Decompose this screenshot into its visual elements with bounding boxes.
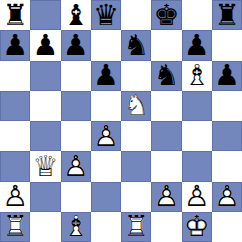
square-c5[interactable] <box>61 91 91 121</box>
square-c1[interactable]: ♝♗ <box>61 212 91 242</box>
black-knight-fill-glyph: ♞ <box>151 61 181 91</box>
white-rook-piece[interactable]: ♜♖ <box>121 212 151 242</box>
white-pawn-fill-glyph: ♟ <box>151 182 181 212</box>
square-e1[interactable]: ♜♖ <box>121 212 151 242</box>
square-a5[interactable] <box>0 91 30 121</box>
square-f6[interactable]: ♞ <box>151 61 181 91</box>
square-b1[interactable] <box>30 212 60 242</box>
white-knight-outline-glyph: ♘ <box>121 91 151 121</box>
square-h7[interactable] <box>212 30 242 60</box>
square-g2[interactable]: ♟♙ <box>182 182 212 212</box>
square-a8[interactable]: ♜ <box>0 0 30 30</box>
square-d5[interactable] <box>91 91 121 121</box>
white-pawn-outline-glyph: ♙ <box>0 182 30 212</box>
black-knight-piece[interactable]: ♞ <box>121 30 151 60</box>
square-f2[interactable]: ♟♙ <box>151 182 181 212</box>
white-king-fill-glyph: ♚ <box>182 212 212 242</box>
chess-board-container: ♜♝♛♚♜♟♟♟♞♟♟♞♝♗♟♞♘♟♙♛♕♟♙♟♙♟♙♟♙♟♙♜♖♝♗♜♖♚♔ <box>0 0 242 242</box>
square-c4[interactable] <box>61 121 91 151</box>
white-pawn-fill-glyph: ♟ <box>61 151 91 181</box>
square-c3[interactable]: ♟♙ <box>61 151 91 181</box>
black-queen-piece[interactable]: ♛ <box>91 0 121 30</box>
white-queen-piece[interactable]: ♛♕ <box>30 151 60 181</box>
square-b2[interactable] <box>30 182 60 212</box>
white-rook-outline-glyph: ♖ <box>121 212 151 242</box>
white-pawn-piece[interactable]: ♟♙ <box>61 151 91 181</box>
white-bishop-fill-glyph: ♝ <box>182 61 212 91</box>
black-pawn-piece[interactable]: ♟ <box>30 30 60 60</box>
square-d6[interactable]: ♟ <box>91 61 121 91</box>
square-h4[interactable] <box>212 121 242 151</box>
square-a4[interactable] <box>0 121 30 151</box>
white-pawn-fill-glyph: ♟ <box>212 182 242 212</box>
square-f5[interactable] <box>151 91 181 121</box>
square-b6[interactable] <box>30 61 60 91</box>
square-g5[interactable] <box>182 91 212 121</box>
white-rook-outline-glyph: ♖ <box>0 212 30 242</box>
chess-board: ♜♝♛♚♜♟♟♟♞♟♟♞♝♗♟♞♘♟♙♛♕♟♙♟♙♟♙♟♙♟♙♜♖♝♗♜♖♚♔ <box>0 0 242 242</box>
white-pawn-outline-glyph: ♙ <box>212 182 242 212</box>
black-pawn-fill-glyph: ♟ <box>212 61 242 91</box>
white-pawn-outline-glyph: ♙ <box>182 182 212 212</box>
square-e3[interactable] <box>121 151 151 181</box>
square-f3[interactable] <box>151 151 181 181</box>
square-b5[interactable] <box>30 91 60 121</box>
white-rook-fill-glyph: ♜ <box>0 212 30 242</box>
white-knight-fill-glyph: ♞ <box>121 91 151 121</box>
square-c7[interactable]: ♟ <box>61 30 91 60</box>
black-pawn-piece[interactable]: ♟ <box>91 61 121 91</box>
black-knight-piece[interactable]: ♞ <box>151 61 181 91</box>
white-knight-piece[interactable]: ♞♘ <box>121 91 151 121</box>
white-king-piece[interactable]: ♚♔ <box>182 212 212 242</box>
square-e4[interactable] <box>121 121 151 151</box>
white-queen-outline-glyph: ♕ <box>30 151 60 181</box>
square-a7[interactable]: ♟ <box>0 30 30 60</box>
white-pawn-piece[interactable]: ♟♙ <box>212 182 242 212</box>
white-queen-fill-glyph: ♛ <box>30 151 60 181</box>
square-d8[interactable]: ♛ <box>91 0 121 30</box>
square-b3[interactable]: ♛♕ <box>30 151 60 181</box>
white-pawn-outline-glyph: ♙ <box>91 121 121 151</box>
white-pawn-fill-glyph: ♟ <box>182 182 212 212</box>
white-bishop-outline-glyph: ♗ <box>61 212 91 242</box>
black-pawn-piece[interactable]: ♟ <box>0 30 30 60</box>
white-rook-piece[interactable]: ♜♖ <box>0 212 30 242</box>
square-b4[interactable] <box>30 121 60 151</box>
square-g8[interactable] <box>182 0 212 30</box>
black-queen-fill-glyph: ♛ <box>91 0 121 30</box>
square-b7[interactable]: ♟ <box>30 30 60 60</box>
square-h6[interactable]: ♟ <box>212 61 242 91</box>
white-pawn-outline-glyph: ♙ <box>61 151 91 181</box>
white-pawn-fill-glyph: ♟ <box>0 182 30 212</box>
square-c8[interactable]: ♝ <box>61 0 91 30</box>
square-d3[interactable] <box>91 151 121 181</box>
square-g1[interactable]: ♚♔ <box>182 212 212 242</box>
black-bishop-piece[interactable]: ♝ <box>61 0 91 30</box>
black-pawn-fill-glyph: ♟ <box>61 30 91 60</box>
black-knight-fill-glyph: ♞ <box>121 30 151 60</box>
white-bishop-piece[interactable]: ♝♗ <box>61 212 91 242</box>
white-pawn-piece[interactable]: ♟♙ <box>182 182 212 212</box>
white-pawn-outline-glyph: ♙ <box>151 182 181 212</box>
white-pawn-piece[interactable]: ♟♙ <box>0 182 30 212</box>
square-d1[interactable] <box>91 212 121 242</box>
square-a3[interactable] <box>0 151 30 181</box>
square-f1[interactable] <box>151 212 181 242</box>
square-c2[interactable] <box>61 182 91 212</box>
square-h2[interactable]: ♟♙ <box>212 182 242 212</box>
square-a6[interactable] <box>0 61 30 91</box>
black-rook-piece[interactable]: ♜ <box>0 0 30 30</box>
black-king-fill-glyph: ♚ <box>151 0 181 30</box>
square-d4[interactable]: ♟♙ <box>91 121 121 151</box>
square-h8[interactable]: ♜ <box>212 0 242 30</box>
black-pawn-piece[interactable]: ♟ <box>182 30 212 60</box>
square-f7[interactable] <box>151 30 181 60</box>
white-bishop-piece[interactable]: ♝♗ <box>182 61 212 91</box>
black-pawn-piece[interactable]: ♟ <box>212 61 242 91</box>
black-pawn-fill-glyph: ♟ <box>182 30 212 60</box>
black-bishop-fill-glyph: ♝ <box>61 0 91 30</box>
black-pawn-fill-glyph: ♟ <box>91 61 121 91</box>
black-rook-fill-glyph: ♜ <box>0 0 30 30</box>
square-g7[interactable]: ♟ <box>182 30 212 60</box>
black-rook-piece[interactable]: ♜ <box>212 0 242 30</box>
white-pawn-fill-glyph: ♟ <box>91 121 121 151</box>
square-d7[interactable] <box>91 30 121 60</box>
square-a1[interactable]: ♜♖ <box>0 212 30 242</box>
square-c6[interactable] <box>61 61 91 91</box>
square-e5[interactable]: ♞♘ <box>121 91 151 121</box>
square-d2[interactable] <box>91 182 121 212</box>
square-b8[interactable] <box>30 0 60 30</box>
white-rook-fill-glyph: ♜ <box>121 212 151 242</box>
square-e6[interactable] <box>121 61 151 91</box>
white-pawn-piece[interactable]: ♟♙ <box>151 182 181 212</box>
black-rook-fill-glyph: ♜ <box>212 0 242 30</box>
white-pawn-piece[interactable]: ♟♙ <box>91 121 121 151</box>
square-g6[interactable]: ♝♗ <box>182 61 212 91</box>
square-e2[interactable] <box>121 182 151 212</box>
white-bishop-fill-glyph: ♝ <box>61 212 91 242</box>
black-pawn-piece[interactable]: ♟ <box>61 30 91 60</box>
black-king-piece[interactable]: ♚ <box>151 0 181 30</box>
square-h3[interactable] <box>212 151 242 181</box>
square-h1[interactable] <box>212 212 242 242</box>
square-a2[interactable]: ♟♙ <box>0 182 30 212</box>
square-h5[interactable] <box>212 91 242 121</box>
square-g3[interactable] <box>182 151 212 181</box>
white-bishop-outline-glyph: ♗ <box>182 61 212 91</box>
square-f4[interactable] <box>151 121 181 151</box>
square-g4[interactable] <box>182 121 212 151</box>
square-e8[interactable] <box>121 0 151 30</box>
square-e7[interactable]: ♞ <box>121 30 151 60</box>
square-f8[interactable]: ♚ <box>151 0 181 30</box>
white-king-outline-glyph: ♔ <box>182 212 212 242</box>
black-pawn-fill-glyph: ♟ <box>0 30 30 60</box>
black-pawn-fill-glyph: ♟ <box>30 30 60 60</box>
